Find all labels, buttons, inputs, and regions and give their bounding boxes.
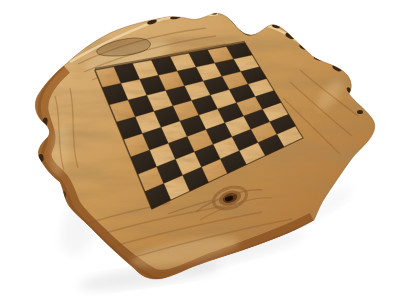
photo-canvas <box>0 0 396 297</box>
chessboard-photo <box>0 0 396 297</box>
